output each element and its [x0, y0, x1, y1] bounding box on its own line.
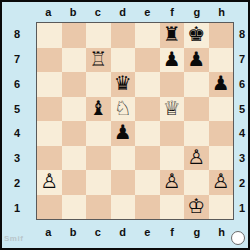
square-c1[interactable]	[86, 195, 111, 220]
rank-label-5: 5	[2, 96, 32, 121]
black-pawn[interactable]: ♟	[187, 49, 205, 69]
chess-board: ♜♚♖♟♟♛♟♝♘♕♟♙♙♙♙♔	[36, 22, 234, 220]
square-b2[interactable]	[62, 170, 87, 195]
white-to-move-indicator	[231, 231, 245, 245]
square-g8[interactable]: ♚	[184, 23, 209, 48]
square-e7[interactable]	[135, 48, 160, 73]
chess-diagram: abcdefgh 87654321 ♜♚♖♟♟♛♟♝♘♕♟♙♙♙♙♔ 87654…	[0, 0, 250, 250]
square-d4[interactable]: ♟	[111, 121, 136, 146]
square-h8[interactable]	[209, 23, 234, 48]
square-c5[interactable]: ♝	[86, 97, 111, 122]
square-d6[interactable]: ♛	[111, 72, 136, 97]
rank-label-7: 7	[235, 47, 249, 72]
square-c7[interactable]: ♖	[86, 48, 111, 73]
rank-labels-right: 87654321	[235, 22, 249, 220]
square-c8[interactable]	[86, 23, 111, 48]
square-h5[interactable]	[209, 97, 234, 122]
square-d2[interactable]	[111, 170, 136, 195]
square-b3[interactable]	[62, 146, 87, 171]
square-f4[interactable]	[160, 121, 185, 146]
white-king[interactable]: ♔	[187, 196, 205, 216]
square-d8[interactable]	[111, 23, 136, 48]
square-g5[interactable]	[184, 97, 209, 122]
square-h7[interactable]	[209, 48, 234, 73]
rank-label-6: 6	[235, 72, 249, 97]
white-pawn[interactable]: ♙	[187, 147, 205, 167]
square-e2[interactable]	[135, 170, 160, 195]
rank-label-7: 7	[2, 47, 32, 72]
square-g2[interactable]	[184, 170, 209, 195]
square-a3[interactable]	[37, 146, 62, 171]
black-rook[interactable]: ♜	[163, 24, 181, 44]
watermark: Smif	[4, 234, 23, 243]
black-king[interactable]: ♚	[187, 24, 205, 44]
square-a4[interactable]	[37, 121, 62, 146]
square-c6[interactable]	[86, 72, 111, 97]
square-b4[interactable]	[62, 121, 87, 146]
black-pawn[interactable]: ♟	[163, 49, 181, 69]
square-b5[interactable]	[62, 97, 87, 122]
square-g6[interactable]	[184, 72, 209, 97]
rank-label-4: 4	[235, 121, 249, 146]
square-e1[interactable]	[135, 195, 160, 220]
square-a2[interactable]: ♙	[37, 170, 62, 195]
square-f2[interactable]: ♙	[160, 170, 185, 195]
square-f1[interactable]	[160, 195, 185, 220]
square-c4[interactable]	[86, 121, 111, 146]
square-f8[interactable]: ♜	[160, 23, 185, 48]
black-queen[interactable]: ♛	[114, 73, 132, 93]
square-g7[interactable]: ♟	[184, 48, 209, 73]
square-a1[interactable]	[37, 195, 62, 220]
file-label-g: g	[185, 2, 210, 22]
rank-label-8: 8	[2, 22, 32, 47]
rank-label-1: 1	[2, 195, 32, 220]
square-g1[interactable]: ♔	[184, 195, 209, 220]
square-g4[interactable]	[184, 121, 209, 146]
square-e8[interactable]	[135, 23, 160, 48]
file-label-f: f	[160, 221, 185, 243]
white-queen[interactable]: ♕	[163, 98, 181, 118]
square-a6[interactable]	[37, 72, 62, 97]
file-label-c: c	[86, 2, 111, 22]
file-labels-bottom: abcdefgh	[36, 221, 234, 243]
rank-label-3: 3	[2, 146, 32, 171]
rank-label-2: 2	[2, 171, 32, 196]
file-labels-top: abcdefgh	[36, 2, 234, 22]
square-a5[interactable]	[37, 97, 62, 122]
file-label-e: e	[135, 2, 160, 22]
square-b6[interactable]	[62, 72, 87, 97]
rank-label-6: 6	[2, 72, 32, 97]
square-h4[interactable]	[209, 121, 234, 146]
square-e4[interactable]	[135, 121, 160, 146]
file-label-a: a	[36, 221, 61, 243]
file-label-f: f	[160, 2, 185, 22]
square-b8[interactable]	[62, 23, 87, 48]
rank-label-4: 4	[2, 121, 32, 146]
rank-label-5: 5	[235, 96, 249, 121]
square-e5[interactable]	[135, 97, 160, 122]
square-c2[interactable]	[86, 170, 111, 195]
square-d7[interactable]	[111, 48, 136, 73]
rank-label-1: 1	[235, 195, 249, 220]
square-e3[interactable]	[135, 146, 160, 171]
square-c3[interactable]	[86, 146, 111, 171]
white-rook[interactable]: ♖	[89, 49, 107, 69]
square-f6[interactable]	[160, 72, 185, 97]
file-label-h: h	[209, 2, 234, 22]
square-f3[interactable]	[160, 146, 185, 171]
file-label-d: d	[110, 221, 135, 243]
square-b1[interactable]	[62, 195, 87, 220]
square-h3[interactable]	[209, 146, 234, 171]
square-d1[interactable]	[111, 195, 136, 220]
rank-label-2: 2	[235, 171, 249, 196]
file-label-g: g	[185, 221, 210, 243]
square-d5[interactable]: ♘	[111, 97, 136, 122]
square-d3[interactable]	[111, 146, 136, 171]
black-pawn[interactable]: ♟	[114, 122, 132, 142]
square-f5[interactable]: ♕	[160, 97, 185, 122]
file-label-c: c	[86, 221, 111, 243]
square-h1[interactable]	[209, 195, 234, 220]
black-pawn[interactable]: ♟	[212, 73, 230, 93]
file-label-b: b	[61, 221, 86, 243]
square-a7[interactable]	[37, 48, 62, 73]
square-g3[interactable]: ♙	[184, 146, 209, 171]
white-knight[interactable]: ♘	[114, 98, 132, 118]
white-pawn[interactable]: ♙	[163, 171, 181, 191]
file-label-b: b	[61, 2, 86, 22]
white-pawn[interactable]: ♙	[212, 171, 230, 191]
square-f7[interactable]: ♟	[160, 48, 185, 73]
black-bishop[interactable]: ♝	[89, 98, 107, 118]
file-label-d: d	[110, 2, 135, 22]
square-h6[interactable]: ♟	[209, 72, 234, 97]
rank-labels-left: 87654321	[2, 22, 32, 220]
white-pawn[interactable]: ♙	[40, 171, 58, 191]
square-b7[interactable]	[62, 48, 87, 73]
rank-label-8: 8	[235, 22, 249, 47]
file-label-a: a	[36, 2, 61, 22]
square-h2[interactable]: ♙	[209, 170, 234, 195]
square-a8[interactable]	[37, 23, 62, 48]
rank-label-3: 3	[235, 146, 249, 171]
square-e6[interactable]	[135, 72, 160, 97]
file-label-e: e	[135, 221, 160, 243]
